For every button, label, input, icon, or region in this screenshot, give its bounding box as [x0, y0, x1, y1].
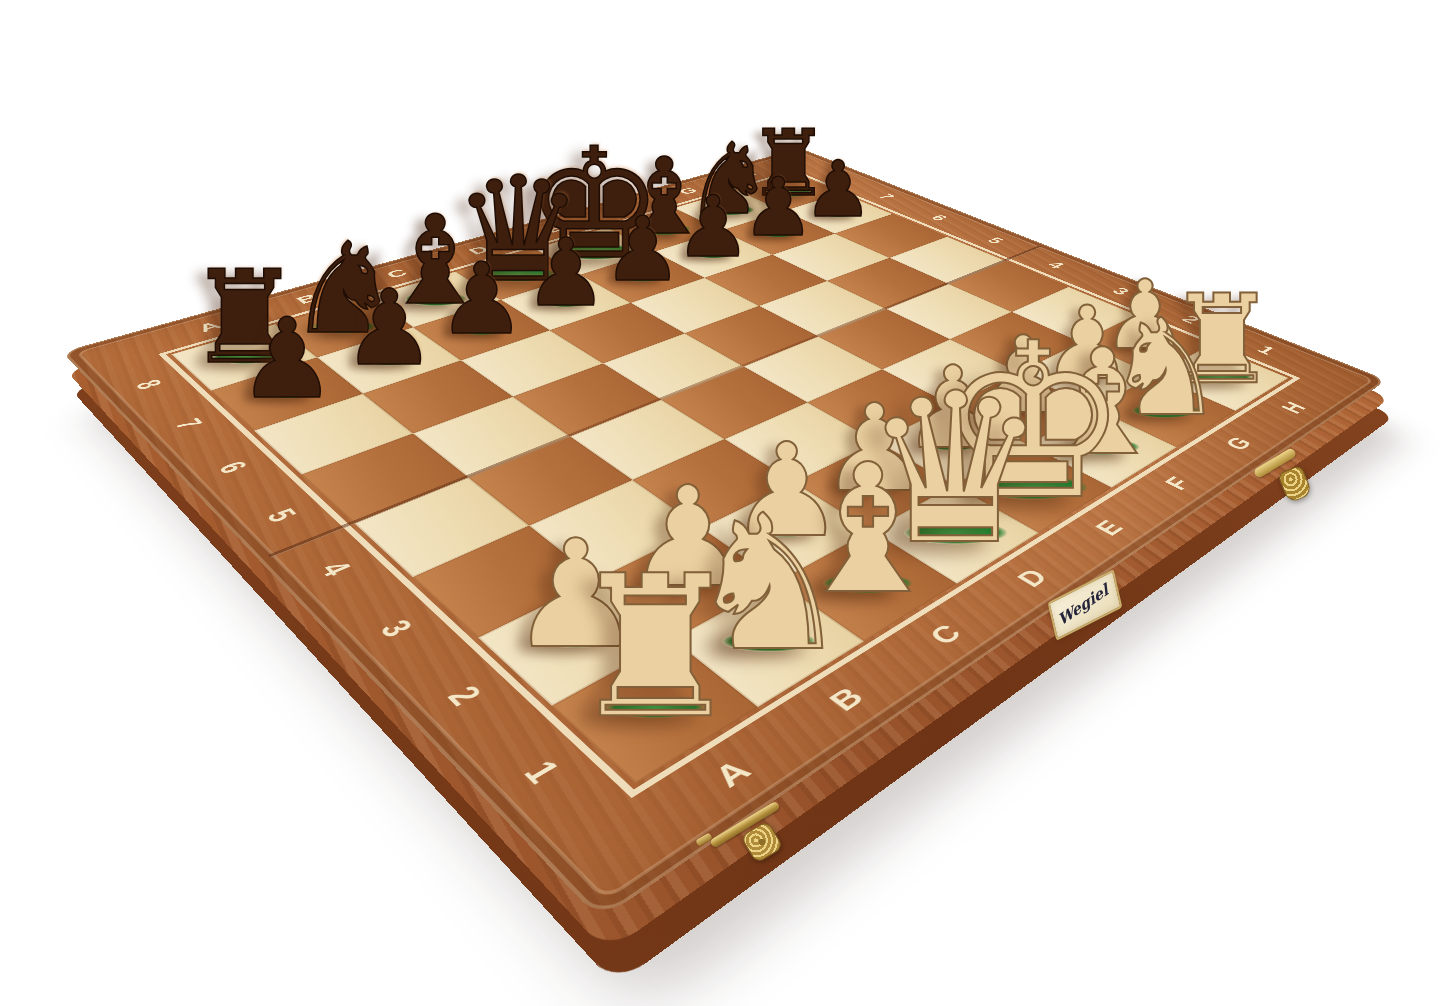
black-pawn-icon: ♟: [742, 167, 815, 248]
black-pawn-icon: ♟: [603, 205, 683, 294]
brass-latch-near-a1: [700, 792, 830, 887]
piece-black-pawn-e7[interactable]: ♟: [603, 205, 683, 294]
brass-latch-near-h1: [1248, 438, 1358, 533]
black-pawn-icon: ♟: [238, 304, 337, 415]
piece-black-pawn-f7[interactable]: ♟: [675, 185, 751, 270]
black-pawn-icon: ♟: [675, 185, 751, 270]
black-pawn-icon: ♟: [342, 275, 436, 379]
black-pawn-icon: ♟: [524, 226, 608, 320]
chess-set-photo: ABCDEFGHABCDEFGH8765432187654321 ♜♞♝♛♚♝♞…: [0, 0, 1445, 1006]
piece-black-pawn-a7[interactable]: ♟: [238, 304, 337, 415]
piece-black-pawn-g7[interactable]: ♟: [742, 167, 815, 248]
piece-black-pawn-c7[interactable]: ♟: [437, 250, 525, 349]
black-pawn-icon: ♟: [437, 250, 525, 349]
piece-white-rook-a1[interactable]: ♜: [567, 550, 743, 746]
piece-black-pawn-d7[interactable]: ♟: [524, 226, 608, 320]
white-rook-icon: ♜: [567, 550, 743, 746]
piece-black-pawn-b7[interactable]: ♟: [342, 275, 436, 379]
latch-pendant: [1277, 464, 1313, 503]
